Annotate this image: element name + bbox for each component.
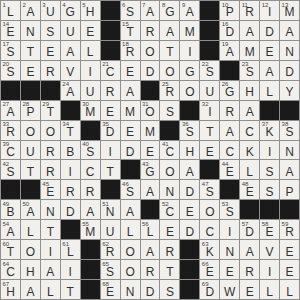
cell-r1c6[interactable]: 15T <box>121 21 140 40</box>
cell-r4c13[interactable]: L <box>260 81 279 100</box>
cell-r12c3[interactable]: 61L <box>61 240 80 259</box>
cell-letter: W <box>224 282 235 298</box>
clue-number: 42 <box>3 161 10 167</box>
cell-letter: U <box>86 82 95 98</box>
cell-letter: O <box>125 242 134 258</box>
cell-r13c8[interactable]: T <box>160 260 179 279</box>
cell-r9c6[interactable]: 46S <box>121 180 140 199</box>
clue-number: 16 <box>222 21 229 27</box>
cell-r9c10[interactable]: 47S <box>200 180 219 199</box>
cell-r0c14[interactable]: 13M <box>280 1 299 20</box>
cell-r0c7[interactable]: 7A <box>141 1 160 20</box>
cell-r12c5[interactable]: 62R <box>101 240 120 259</box>
cell-r5c6[interactable]: M <box>121 101 140 120</box>
cell-r0c0[interactable]: 1L <box>1 1 20 20</box>
black-square-r13c9 <box>180 260 199 279</box>
cell-r8c4[interactable]: C <box>81 160 100 179</box>
clue-number: 48 <box>242 181 249 187</box>
cell-r4c12[interactable]: H <box>240 81 259 100</box>
cell-letter: O <box>26 242 35 258</box>
cell-r13c3[interactable]: I <box>61 260 80 279</box>
cell-r1c2[interactable]: S <box>41 21 60 40</box>
cell-r13c10[interactable]: 66E <box>200 260 219 279</box>
cell-r8c1[interactable]: T <box>21 160 40 179</box>
cell-r4c14[interactable]: Y <box>280 81 299 100</box>
cell-r12c13[interactable]: V <box>260 240 279 259</box>
cell-r7c13[interactable]: I <box>260 141 279 160</box>
cell-r5c10[interactable]: 32I <box>200 101 219 120</box>
cell-letter: G <box>185 62 194 78</box>
cell-r14c6[interactable]: N <box>121 280 140 299</box>
cell-r10c0[interactable]: 49B <box>1 200 20 219</box>
cell-r14c5[interactable]: 68E <box>101 280 120 299</box>
cell-r14c11[interactable]: W <box>220 280 239 299</box>
cell-letter: M <box>125 102 135 118</box>
clue-number: 21 <box>102 61 109 67</box>
cell-r8c5[interactable]: T <box>101 160 120 179</box>
cell-r3c12[interactable]: 23S <box>240 61 259 80</box>
cell-r10c5[interactable]: 51N <box>101 200 120 219</box>
cell-r8c11[interactable]: 44E <box>220 160 239 179</box>
black-square-r6c8 <box>160 121 179 140</box>
cell-r7c3[interactable]: B <box>61 141 80 160</box>
cell-r12c8[interactable]: R <box>160 240 179 259</box>
cell-letter: O <box>165 162 174 178</box>
cell-letter: V <box>266 242 274 258</box>
clue-number: 59 <box>282 221 289 227</box>
cell-letter: U <box>26 142 35 158</box>
cell-letter: A <box>46 262 54 278</box>
cell-r11c6[interactable]: L <box>121 220 140 239</box>
cell-letter: C <box>205 222 214 238</box>
cell-r12c12[interactable]: A <box>240 240 259 259</box>
cell-r10c9[interactable]: E <box>180 200 199 219</box>
cell-r1c7[interactable]: R <box>141 21 160 40</box>
cell-r14c0[interactable]: 67H <box>1 280 20 299</box>
cell-r6c10[interactable]: T <box>200 121 219 140</box>
cell-r10c4[interactable]: A <box>81 200 100 219</box>
cell-letter: A <box>286 162 294 178</box>
cell-r10c8[interactable]: 52C <box>160 200 179 219</box>
cell-r5c1[interactable]: 28P <box>21 101 40 120</box>
cell-r0c11[interactable]: 10P <box>220 1 239 20</box>
cell-r13c5[interactable]: 65S <box>101 260 120 279</box>
cell-r7c10[interactable]: E <box>200 141 219 160</box>
cell-letter: I <box>69 162 72 178</box>
cell-r1c11[interactable]: 16D <box>220 21 239 40</box>
cell-r11c14[interactable]: 59R <box>280 220 299 239</box>
cell-letter: E <box>246 282 254 298</box>
cell-letter: E <box>286 242 294 258</box>
cell-r4c11[interactable]: 26G <box>220 81 239 100</box>
cell-r11c1[interactable]: L <box>21 220 40 239</box>
cell-letter: N <box>126 282 135 298</box>
cell-letter: A <box>126 202 134 218</box>
cell-letter: O <box>26 122 35 138</box>
clue-number: 32 <box>202 101 209 107</box>
cell-letter: E <box>226 262 234 278</box>
cell-r1c1[interactable]: N <box>21 21 40 40</box>
clue-number: 52 <box>162 201 169 207</box>
cell-letter: R <box>46 62 55 78</box>
clue-number: 20 <box>3 61 10 67</box>
cell-r1c8[interactable]: A <box>160 21 179 40</box>
cell-letter: D <box>66 202 75 218</box>
cell-r13c0[interactable]: 64C <box>1 260 20 279</box>
cell-r5c2[interactable]: 29T <box>41 101 60 120</box>
cell-r7c1[interactable]: U <box>21 141 40 160</box>
cell-r5c11[interactable]: R <box>220 101 239 120</box>
clue-number: 28 <box>22 101 29 107</box>
cell-r12c1[interactable]: O <box>21 240 40 259</box>
black-square-r4c7 <box>141 81 160 100</box>
clue-number: 22 <box>202 61 209 67</box>
cell-r2c0[interactable]: 17S <box>1 41 20 60</box>
cell-letter: M <box>245 42 255 58</box>
cell-letter: P <box>286 182 294 198</box>
cell-r2c4[interactable]: L <box>81 41 100 60</box>
cell-r3c7[interactable]: D <box>141 61 160 80</box>
cell-letter: O <box>145 42 154 58</box>
cell-r14c3[interactable]: T <box>61 280 80 299</box>
cell-letter: A <box>146 242 154 258</box>
cell-r8c3[interactable]: I <box>61 160 80 179</box>
cell-letter: R <box>245 262 254 278</box>
cell-r7c12[interactable]: K <box>240 141 259 160</box>
cell-r14c7[interactable]: D <box>141 280 160 299</box>
black-square-r9c11 <box>220 180 239 199</box>
clue-number: 2 <box>22 2 25 8</box>
cell-r0c13[interactable]: 12I <box>260 1 279 20</box>
black-square-r13c4 <box>81 260 100 279</box>
cell-r1c0[interactable]: 14E <box>1 21 20 40</box>
cell-letter: T <box>67 282 74 298</box>
clue-number: 12 <box>262 2 269 8</box>
cell-r2c7[interactable]: O <box>141 41 160 60</box>
black-square-r5c14 <box>280 101 299 120</box>
cell-letter: A <box>66 42 74 58</box>
cell-letter: S <box>266 162 274 178</box>
cell-r11c10[interactable]: C <box>200 220 219 239</box>
cell-r2c12[interactable]: M <box>240 41 259 60</box>
cell-r1c4[interactable]: E <box>81 21 100 40</box>
cell-r3c2[interactable]: R <box>41 61 60 80</box>
cell-letter: K <box>246 142 254 158</box>
cell-letter: D <box>146 282 155 298</box>
cell-letter: G <box>165 2 174 18</box>
cell-letter: A <box>146 2 154 18</box>
cell-r6c3[interactable]: 34T <box>61 121 80 140</box>
cell-letter: A <box>26 282 34 298</box>
clue-number: 10 <box>222 2 229 8</box>
cell-r14c12[interactable]: E <box>240 280 259 299</box>
cell-r3c5[interactable]: 21C <box>101 61 120 80</box>
crossword-grid: 1L2A3U4G5H6S7A8G9A10P11R12I13M14ENSUE15T… <box>0 0 300 300</box>
cell-letter: I <box>188 42 191 58</box>
cell-r3c1[interactable]: E <box>21 61 40 80</box>
cell-letter: R <box>46 142 55 158</box>
cell-letter: I <box>69 262 72 278</box>
black-square-r9c5 <box>101 180 120 199</box>
clue-number: 47 <box>202 181 209 187</box>
cell-r10c6[interactable]: A <box>121 200 140 219</box>
cell-r11c0[interactable]: 54A <box>1 220 20 239</box>
cell-r9c12[interactable]: 48E <box>240 180 259 199</box>
clue-number: 62 <box>102 241 109 247</box>
cell-r9c9[interactable]: D <box>180 180 199 199</box>
cell-letter: U <box>106 222 115 238</box>
clue-number: 4 <box>62 2 65 8</box>
cell-r8c13[interactable]: S <box>260 160 279 179</box>
cell-r8c12[interactable]: L <box>240 160 259 179</box>
cell-r7c11[interactable]: C <box>220 141 239 160</box>
cell-r4c3[interactable]: 24A <box>61 81 80 100</box>
clue-number: 31 <box>142 101 149 107</box>
cell-r12c0[interactable]: 60T <box>1 240 20 259</box>
cell-r9c14[interactable]: P <box>280 180 299 199</box>
cell-r2c8[interactable]: T <box>160 41 179 60</box>
cell-r2c11[interactable]: 19A <box>220 41 239 60</box>
cell-r9c8[interactable]: N <box>160 180 179 199</box>
cell-r8c2[interactable]: R <box>41 160 60 179</box>
clue-number: 55 <box>82 221 89 227</box>
cell-r7c9[interactable]: H <box>180 141 199 160</box>
cell-r2c14[interactable]: N <box>280 41 299 60</box>
cell-r4c10[interactable]: U <box>200 81 219 100</box>
cell-r14c2[interactable]: L <box>41 280 60 299</box>
cell-letter: N <box>285 142 294 158</box>
cell-r14c8[interactable]: S <box>160 280 179 299</box>
clue-number: 50 <box>22 201 29 207</box>
cell-r12c14[interactable]: E <box>280 240 299 259</box>
cell-r3c10[interactable]: 22S <box>200 61 219 80</box>
cell-letter: S <box>166 282 174 298</box>
cell-r10c3[interactable]: D <box>61 200 80 219</box>
cell-r9c2[interactable]: 45E <box>41 180 60 199</box>
cell-r3c6[interactable]: E <box>121 61 140 80</box>
cell-r9c7[interactable]: A <box>141 180 160 199</box>
cell-r10c11[interactable]: 53S <box>220 200 239 219</box>
cell-r12c10[interactable]: 63K <box>200 240 219 259</box>
cell-r5c7[interactable]: 31O <box>141 101 160 120</box>
cell-r0c2[interactable]: 3U <box>41 1 60 20</box>
clue-number: 9 <box>182 2 185 8</box>
cell-r2c6[interactable]: 18R <box>121 41 140 60</box>
cell-r6c6[interactable]: E <box>121 121 140 140</box>
cell-letter: T <box>47 222 54 238</box>
cell-r12c6[interactable]: O <box>121 240 140 259</box>
cell-r7c6[interactable]: D <box>121 141 140 160</box>
cell-r3c3[interactable]: V <box>61 61 80 80</box>
cell-r8c9[interactable]: A <box>180 160 199 179</box>
cell-r3c9[interactable]: G <box>180 61 199 80</box>
cell-r0c8[interactable]: 8G <box>160 1 179 20</box>
cell-r8c0[interactable]: 42S <box>1 160 20 179</box>
cell-r10c2[interactable]: N <box>41 200 60 219</box>
clue-number: 41 <box>162 141 169 147</box>
cell-r12c11[interactable]: N <box>220 240 239 259</box>
cell-r2c1[interactable]: T <box>21 41 40 60</box>
cell-letter: C <box>225 142 234 158</box>
cell-letter: L <box>127 222 134 238</box>
cell-r7c4[interactable]: 40S <box>81 141 100 160</box>
cell-r5c0[interactable]: 27A <box>1 101 20 120</box>
cell-r2c3[interactable]: A <box>61 41 80 60</box>
cell-r2c9[interactable]: I <box>180 41 199 60</box>
cell-r6c11[interactable]: A <box>220 121 239 140</box>
cell-r3c0[interactable]: 20S <box>1 61 20 80</box>
cell-r14c10[interactable]: 69D <box>200 280 219 299</box>
cell-r13c7[interactable]: R <box>141 260 160 279</box>
cell-letter: R <box>86 182 95 198</box>
cell-letter: E <box>286 262 294 278</box>
cell-letter: O <box>205 202 214 218</box>
cell-r14c13[interactable]: L <box>260 280 279 299</box>
cell-r3c14[interactable]: D <box>280 61 299 80</box>
cell-r3c13[interactable]: A <box>260 61 279 80</box>
cell-r8c7[interactable]: 43G <box>141 160 160 179</box>
cell-r7c2[interactable]: R <box>41 141 60 160</box>
cell-r9c13[interactable]: S <box>260 180 279 199</box>
cell-letter: U <box>66 22 75 38</box>
cell-r6c14[interactable]: 38S <box>280 121 299 140</box>
cell-r6c7[interactable]: M <box>141 121 160 140</box>
cell-r13c13[interactable]: I <box>260 260 279 279</box>
clue-number: 29 <box>42 101 49 107</box>
cell-r10c10[interactable]: O <box>200 200 219 219</box>
cell-r11c9[interactable]: D <box>180 220 199 239</box>
cell-r12c2[interactable]: I <box>41 240 60 259</box>
cell-r0c4[interactable]: 5H <box>81 1 100 20</box>
cell-r5c8[interactable]: S <box>160 101 179 120</box>
cell-letter: O <box>165 62 174 78</box>
cell-letter: L <box>266 82 273 98</box>
cell-r8c14[interactable]: A <box>280 160 299 179</box>
cell-letter: R <box>146 22 155 38</box>
clue-number: 5 <box>82 2 85 8</box>
cell-r6c9[interactable]: 36S <box>180 121 199 140</box>
cell-letter: T <box>166 262 173 278</box>
black-square-r2c10 <box>200 41 219 60</box>
black-square-r11c3 <box>61 220 80 239</box>
cell-r4c4[interactable]: U <box>81 81 100 100</box>
cell-r11c13[interactable]: 58E <box>260 220 279 239</box>
cell-r7c5[interactable]: I <box>101 141 120 160</box>
clue-number: 67 <box>3 281 10 287</box>
cell-r13c2[interactable]: A <box>41 260 60 279</box>
cell-letter: A <box>186 162 194 178</box>
cell-r5c5[interactable]: E <box>101 101 120 120</box>
clue-number: 61 <box>62 241 69 247</box>
cell-letter: D <box>186 182 195 198</box>
cell-r0c3[interactable]: 4G <box>61 1 80 20</box>
cell-letter: H <box>245 82 254 98</box>
clue-number: 25 <box>162 81 169 87</box>
cell-letter: O <box>46 122 55 138</box>
cell-r13c1[interactable]: H <box>21 260 40 279</box>
cell-r11c5[interactable]: U <box>101 220 120 239</box>
cell-letter: L <box>286 282 293 298</box>
cell-r5c4[interactable]: 30M <box>81 101 100 120</box>
cell-r10c1[interactable]: 50A <box>21 200 40 219</box>
cell-r11c7[interactable]: 56L <box>141 220 160 239</box>
cell-letter: I <box>228 222 231 238</box>
cell-r7c8[interactable]: 41C <box>160 141 179 160</box>
clue-number: 24 <box>62 81 69 87</box>
cell-r13c12[interactable]: R <box>240 260 259 279</box>
cell-r6c2[interactable]: O <box>41 121 60 140</box>
cell-r13c11[interactable]: E <box>220 260 239 279</box>
black-square-r12c9 <box>180 240 199 259</box>
cell-r0c9[interactable]: 9A <box>180 1 199 20</box>
cell-r4c5[interactable]: R <box>101 81 120 100</box>
cell-r9c3[interactable]: R <box>61 180 80 199</box>
cell-r5c12[interactable]: A <box>240 101 259 120</box>
cell-r4c8[interactable]: 25R <box>160 81 179 100</box>
cell-r11c4[interactable]: 55M <box>81 220 100 239</box>
black-square-r5c3 <box>61 101 80 120</box>
cell-r4c9[interactable]: O <box>180 81 199 100</box>
cell-letter: Y <box>286 82 294 98</box>
cell-r7c0[interactable]: 39C <box>1 141 20 160</box>
cell-r6c1[interactable]: O <box>21 121 40 140</box>
cell-r2c13[interactable]: E <box>260 41 279 60</box>
cell-r1c9[interactable]: M <box>180 21 199 40</box>
cell-r11c12[interactable]: 57D <box>240 220 259 239</box>
cell-r9c4[interactable]: R <box>81 180 100 199</box>
cell-r7c14[interactable]: N <box>280 141 299 160</box>
cell-r11c2[interactable]: T <box>41 220 60 239</box>
cell-r11c8[interactable]: E <box>160 220 179 239</box>
cell-r3c4[interactable]: I <box>81 61 100 80</box>
cell-r7c7[interactable]: E <box>141 141 160 160</box>
clue-number: 39 <box>3 141 10 147</box>
cell-r3c8[interactable]: O <box>160 61 179 80</box>
cell-r2c2[interactable]: E <box>41 41 60 60</box>
cell-r6c12[interactable]: C <box>240 121 259 140</box>
cell-r12c7[interactable]: A <box>141 240 160 259</box>
clue-number: 64 <box>3 261 10 267</box>
cell-letter: A <box>86 202 94 218</box>
cell-r14c1[interactable]: A <box>21 280 40 299</box>
cell-r0c6[interactable]: 6S <box>121 1 140 20</box>
black-square-r10c13 <box>260 200 279 219</box>
cell-r14c14[interactable]: L <box>280 280 299 299</box>
cell-r0c12[interactable]: 11R <box>240 1 259 20</box>
cell-letter: A <box>286 22 294 38</box>
cell-r4c6[interactable]: A <box>121 81 140 100</box>
cell-r6c0[interactable]: 33R <box>1 121 20 140</box>
cell-r1c3[interactable]: U <box>61 21 80 40</box>
black-square-r10c7 <box>141 200 160 219</box>
cell-letter: A <box>166 22 174 38</box>
cell-r13c14[interactable]: E <box>280 260 299 279</box>
cell-letter: I <box>49 242 52 258</box>
cell-r6c13[interactable]: 37K <box>260 121 279 140</box>
cell-r6c5[interactable]: 35D <box>101 121 120 140</box>
cell-r1c14[interactable]: A <box>280 21 299 40</box>
cell-r1c13[interactable]: D <box>260 21 279 40</box>
cell-letter: I <box>268 142 271 158</box>
cell-letter: B <box>66 142 74 158</box>
cell-letter: R <box>66 182 75 198</box>
cell-r0c1[interactable]: 2A <box>21 1 40 20</box>
cell-r13c6[interactable]: O <box>121 260 140 279</box>
cell-r8c8[interactable]: O <box>160 160 179 179</box>
clue-number: 17 <box>3 41 10 47</box>
cell-r11c11[interactable]: I <box>220 220 239 239</box>
cell-r1c12[interactable]: A <box>240 21 259 40</box>
